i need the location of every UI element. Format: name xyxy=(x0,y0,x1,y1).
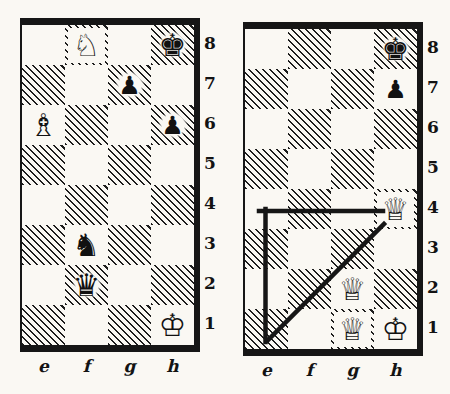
square-f7 xyxy=(288,69,331,109)
rank-label-4: 4 xyxy=(427,197,447,217)
piece-black-king-h8: ♚ xyxy=(154,27,192,63)
square-f5 xyxy=(65,145,108,185)
file-label-h: h xyxy=(151,356,194,376)
rank-label-2: 2 xyxy=(204,273,224,293)
piece-white-queen-g2: ♕ xyxy=(339,274,367,305)
square-h2 xyxy=(151,265,194,305)
square-f3: ♞ xyxy=(65,225,108,265)
file-label-g: g xyxy=(331,360,374,380)
piece-black-king-h8: ♚ xyxy=(377,31,415,67)
file-label-f: f xyxy=(65,356,108,376)
piece-white-king-h1: ♔ xyxy=(159,310,187,341)
square-f6 xyxy=(288,109,331,149)
square-h3 xyxy=(151,225,194,265)
square-h1: ♔ xyxy=(151,305,194,345)
piece-black-pawn-h7: ♟ xyxy=(384,77,406,102)
rank-label-3: 3 xyxy=(204,233,224,253)
square-e1 xyxy=(245,309,288,349)
square-e6 xyxy=(245,109,288,149)
square-g2 xyxy=(108,265,151,305)
square-h6: ♟ xyxy=(151,105,194,145)
square-e6: ♗ xyxy=(22,105,65,145)
square-f1 xyxy=(288,309,331,349)
piece-black-pawn-g7: ♟ xyxy=(111,67,149,103)
right-diagram: ♚ ♟ ♕ ♕ xyxy=(243,22,423,356)
square-g3 xyxy=(331,229,374,269)
square-h4: ♕ xyxy=(374,189,417,229)
square-e5 xyxy=(245,149,288,189)
square-f8 xyxy=(288,29,331,69)
piece-black-queen-f2: ♛ xyxy=(68,267,106,303)
square-f4 xyxy=(288,189,331,229)
rank-label-5: 5 xyxy=(427,157,447,177)
square-h8: ♚ xyxy=(151,25,194,65)
square-f5 xyxy=(288,149,331,189)
square-g1: ♕ xyxy=(331,309,374,349)
square-h1: ♔ xyxy=(374,309,417,349)
square-e4 xyxy=(22,185,65,225)
square-e3 xyxy=(22,225,65,265)
rank-label-6: 6 xyxy=(204,113,224,133)
rank-label-8: 8 xyxy=(427,37,447,57)
square-h7: ♟ xyxy=(374,69,417,109)
left-diagram: ♘ ♚ ♟ ♗ ♟ ♞ xyxy=(20,18,200,352)
piece-white-bishop-e6: ♗ xyxy=(30,110,58,141)
square-h5 xyxy=(151,145,194,185)
square-h5 xyxy=(374,149,417,189)
square-f2: ♛ xyxy=(65,265,108,305)
file-label-h: h xyxy=(374,360,417,380)
file-label-e: e xyxy=(22,356,65,376)
square-g8 xyxy=(108,25,151,65)
rank-label-5: 5 xyxy=(204,153,224,173)
square-f8: ♘ xyxy=(65,25,108,65)
square-h6 xyxy=(374,109,417,149)
piece-black-pawn-h6: ♟ xyxy=(154,107,192,143)
square-f4 xyxy=(65,185,108,225)
piece-white-king-h1: ♔ xyxy=(382,314,410,345)
square-g3 xyxy=(108,225,151,265)
square-e8 xyxy=(22,25,65,65)
square-g1 xyxy=(108,305,151,345)
square-h3 xyxy=(374,229,417,269)
file-label-f: f xyxy=(288,360,331,380)
square-g6 xyxy=(108,105,151,145)
square-e3 xyxy=(245,229,288,269)
square-f6 xyxy=(65,105,108,145)
rank-label-6: 6 xyxy=(427,117,447,137)
square-g4 xyxy=(331,189,374,229)
square-f3 xyxy=(288,229,331,269)
square-e8 xyxy=(245,29,288,69)
square-e2 xyxy=(22,265,65,305)
rank-label-3: 3 xyxy=(427,237,447,257)
square-g5 xyxy=(331,149,374,189)
square-h4 xyxy=(151,185,194,225)
square-g8 xyxy=(331,29,374,69)
rank-label-7: 7 xyxy=(427,77,447,97)
square-f7 xyxy=(65,65,108,105)
square-f2 xyxy=(288,269,331,309)
file-labels: e f g h xyxy=(22,356,194,376)
right-board: ♚ ♟ ♕ ♕ xyxy=(243,22,423,356)
piece-black-knight-f3: ♞ xyxy=(73,230,101,261)
square-h7 xyxy=(151,65,194,105)
square-h8: ♚ xyxy=(374,29,417,69)
file-label-g: g xyxy=(108,356,151,376)
square-f1 xyxy=(65,305,108,345)
square-e4 xyxy=(245,189,288,229)
piece-white-queen-h4: ♕ xyxy=(377,192,414,227)
square-e2 xyxy=(245,269,288,309)
rank-label-1: 1 xyxy=(427,317,447,337)
square-g2: ♕ xyxy=(331,269,374,309)
rank-label-7: 7 xyxy=(204,73,224,93)
piece-white-knight-f8: ♘ xyxy=(68,28,105,63)
square-g7: ♟ xyxy=(108,65,151,105)
square-e5 xyxy=(22,145,65,185)
left-board: ♘ ♚ ♟ ♗ ♟ ♞ xyxy=(20,18,200,352)
square-e7 xyxy=(245,69,288,109)
square-h2 xyxy=(374,269,417,309)
square-e1 xyxy=(22,305,65,345)
file-label-e: e xyxy=(245,360,288,380)
rank-label-2: 2 xyxy=(427,277,447,297)
square-e7 xyxy=(22,65,65,105)
file-labels: e f g h xyxy=(245,360,417,380)
rank-label-4: 4 xyxy=(204,193,224,213)
rank-label-8: 8 xyxy=(204,33,224,53)
square-g7 xyxy=(331,69,374,109)
square-g5 xyxy=(108,145,151,185)
square-g6 xyxy=(331,109,374,149)
piece-white-queen-g1: ♕ xyxy=(334,312,371,347)
rank-label-1: 1 xyxy=(204,313,224,333)
square-g4 xyxy=(108,185,151,225)
